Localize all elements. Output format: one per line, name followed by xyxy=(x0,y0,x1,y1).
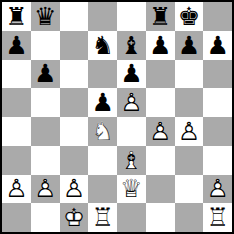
square-g1[interactable] xyxy=(175,203,204,232)
black-pawn-icon: ♟ xyxy=(206,33,228,58)
piece-black-bishop[interactable]: ♝ xyxy=(117,31,146,60)
square-f4[interactable]: ♟♙ xyxy=(146,117,175,146)
piece-black-king[interactable]: ♚ xyxy=(175,2,204,31)
square-h6[interactable] xyxy=(203,60,232,89)
square-f6[interactable] xyxy=(146,60,175,89)
square-a2[interactable]: ♟♙ xyxy=(2,175,31,204)
white-queen-icon: ♕ xyxy=(120,176,142,201)
square-b4[interactable] xyxy=(31,117,60,146)
square-e4[interactable] xyxy=(117,117,146,146)
piece-white-pawn[interactable]: ♟♙ xyxy=(60,175,89,204)
square-c6[interactable] xyxy=(60,60,89,89)
square-c8[interactable] xyxy=(60,2,89,31)
square-e3[interactable]: ♝♗ xyxy=(117,146,146,175)
piece-white-king[interactable]: ♚♔ xyxy=(60,203,89,232)
square-f2[interactable] xyxy=(146,175,175,204)
piece-black-pawn[interactable]: ♟ xyxy=(175,31,204,60)
piece-white-pawn[interactable]: ♟♙ xyxy=(175,117,204,146)
black-rook-icon: ♜ xyxy=(149,4,171,29)
square-c5[interactable] xyxy=(60,88,89,117)
square-c4[interactable] xyxy=(60,117,89,146)
square-e6[interactable]: ♟ xyxy=(117,60,146,89)
white-rook-icon: ♖ xyxy=(91,205,113,230)
square-d5[interactable]: ♟ xyxy=(88,88,117,117)
square-h8[interactable] xyxy=(203,2,232,31)
square-c2[interactable]: ♟♙ xyxy=(60,175,89,204)
white-bishop-icon: ♗ xyxy=(120,148,142,173)
square-g4[interactable]: ♟♙ xyxy=(175,117,204,146)
white-pawn-icon: ♙ xyxy=(5,176,27,201)
white-rook-icon: ♖ xyxy=(206,205,228,230)
piece-black-rook[interactable]: ♜ xyxy=(2,2,31,31)
square-a6[interactable] xyxy=(2,60,31,89)
square-b2[interactable]: ♟♙ xyxy=(31,175,60,204)
white-pawn-icon: ♙ xyxy=(178,119,200,144)
square-g8[interactable]: ♚ xyxy=(175,2,204,31)
piece-white-knight[interactable]: ♞♘ xyxy=(88,117,117,146)
piece-black-pawn[interactable]: ♟ xyxy=(31,60,60,89)
piece-white-queen[interactable]: ♛♕ xyxy=(117,175,146,204)
square-b7[interactable] xyxy=(31,31,60,60)
square-f5[interactable] xyxy=(146,88,175,117)
white-king-icon: ♔ xyxy=(63,205,85,230)
square-f8[interactable]: ♜ xyxy=(146,2,175,31)
square-f1[interactable] xyxy=(146,203,175,232)
square-e1[interactable] xyxy=(117,203,146,232)
square-g2[interactable] xyxy=(175,175,204,204)
black-king-icon: ♚ xyxy=(178,4,200,29)
square-a4[interactable] xyxy=(2,117,31,146)
piece-black-knight[interactable]: ♞ xyxy=(88,31,117,60)
piece-white-rook[interactable]: ♜♖ xyxy=(88,203,117,232)
piece-white-pawn[interactable]: ♟♙ xyxy=(31,175,60,204)
square-e7[interactable]: ♝ xyxy=(117,31,146,60)
black-pawn-icon: ♟ xyxy=(34,61,56,86)
piece-black-pawn[interactable]: ♟ xyxy=(203,31,232,60)
square-d3[interactable] xyxy=(88,146,117,175)
square-h5[interactable] xyxy=(203,88,232,117)
square-a3[interactable] xyxy=(2,146,31,175)
square-h4[interactable] xyxy=(203,117,232,146)
square-e5[interactable]: ♟♙ xyxy=(117,88,146,117)
square-e8[interactable] xyxy=(117,2,146,31)
white-pawn-icon: ♙ xyxy=(149,119,171,144)
black-rook-icon: ♜ xyxy=(5,4,27,29)
black-bishop-icon: ♝ xyxy=(120,33,142,58)
square-g5[interactable] xyxy=(175,88,204,117)
square-e2[interactable]: ♛♕ xyxy=(117,175,146,204)
square-b8[interactable]: ♛ xyxy=(31,2,60,31)
piece-black-pawn[interactable]: ♟ xyxy=(2,31,31,60)
black-pawn-icon: ♟ xyxy=(149,33,171,58)
piece-black-queen[interactable]: ♛ xyxy=(31,2,60,31)
piece-white-pawn[interactable]: ♟♙ xyxy=(203,175,232,204)
square-g7[interactable]: ♟ xyxy=(175,31,204,60)
black-pawn-icon: ♟ xyxy=(5,33,27,58)
square-c3[interactable] xyxy=(60,146,89,175)
square-g6[interactable] xyxy=(175,60,204,89)
square-d6[interactable] xyxy=(88,60,117,89)
black-pawn-icon: ♟ xyxy=(178,33,200,58)
square-a8[interactable]: ♜ xyxy=(2,2,31,31)
square-d4[interactable]: ♞♘ xyxy=(88,117,117,146)
piece-black-pawn[interactable]: ♟ xyxy=(88,88,117,117)
black-pawn-icon: ♟ xyxy=(120,61,142,86)
square-h2[interactable]: ♟♙ xyxy=(203,175,232,204)
chess-board: ♜♛♜♚♟♞♝♟♟♟♟♟♟♟♙♞♘♟♙♟♙♝♗♟♙♟♙♟♙♛♕♟♙♚♔♜♖♜♖ xyxy=(0,0,234,234)
piece-white-rook[interactable]: ♜♖ xyxy=(203,203,232,232)
piece-white-pawn[interactable]: ♟♙ xyxy=(2,175,31,204)
black-queen-icon: ♛ xyxy=(34,4,56,29)
piece-white-bishop[interactable]: ♝♗ xyxy=(117,146,146,175)
white-pawn-icon: ♙ xyxy=(206,176,228,201)
square-a1[interactable] xyxy=(2,203,31,232)
square-h3[interactable] xyxy=(203,146,232,175)
square-d1[interactable]: ♜♖ xyxy=(88,203,117,232)
piece-black-pawn[interactable]: ♟ xyxy=(117,60,146,89)
square-d2[interactable] xyxy=(88,175,117,204)
square-b6[interactable]: ♟ xyxy=(31,60,60,89)
white-pawn-icon: ♙ xyxy=(34,176,56,201)
square-b5[interactable] xyxy=(31,88,60,117)
white-pawn-icon: ♙ xyxy=(63,176,85,201)
square-f3[interactable] xyxy=(146,146,175,175)
square-d7[interactable]: ♞ xyxy=(88,31,117,60)
black-pawn-icon: ♟ xyxy=(91,90,113,115)
square-d8[interactable] xyxy=(88,2,117,31)
square-h1[interactable]: ♜♖ xyxy=(203,203,232,232)
piece-white-pawn[interactable]: ♟♙ xyxy=(117,88,146,117)
piece-black-rook[interactable]: ♜ xyxy=(146,2,175,31)
square-g3[interactable] xyxy=(175,146,204,175)
square-c7[interactable] xyxy=(60,31,89,60)
piece-white-pawn[interactable]: ♟♙ xyxy=(146,117,175,146)
piece-black-pawn[interactable]: ♟ xyxy=(146,31,175,60)
square-b1[interactable] xyxy=(31,203,60,232)
square-f7[interactable]: ♟ xyxy=(146,31,175,60)
square-a7[interactable]: ♟ xyxy=(2,31,31,60)
square-h7[interactable]: ♟ xyxy=(203,31,232,60)
square-a5[interactable] xyxy=(2,88,31,117)
black-knight-icon: ♞ xyxy=(91,33,113,58)
white-pawn-icon: ♙ xyxy=(120,90,142,115)
square-c1[interactable]: ♚♔ xyxy=(60,203,89,232)
square-b3[interactable] xyxy=(31,146,60,175)
white-knight-icon: ♘ xyxy=(91,119,113,144)
